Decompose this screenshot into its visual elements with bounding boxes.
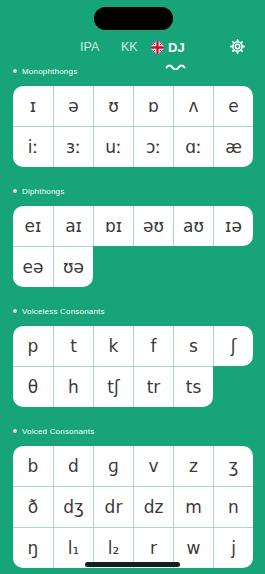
symbol-cell[interactable]: ə [53, 86, 93, 126]
symbol-cell[interactable]: ʃ [213, 326, 253, 366]
symbol-cell[interactable]: ŋ [13, 528, 53, 568]
section-monophthongs: Monophthongs ɪ ə ʊ ɒ ʌ e iː ɜː uː ɔː ɑː [13, 66, 252, 167]
symbol-cell[interactable]: s [173, 326, 213, 366]
symbol-cell[interactable]: d [53, 446, 93, 486]
uk-flag-icon [151, 41, 164, 54]
symbol-grid-diphthongs: eɪ aɪ ɒɪ əʊ aʊ ɪə eə ʊə [13, 206, 253, 287]
symbol-cell[interactable]: eɪ [13, 206, 53, 246]
tab-kk[interactable]: KK [121, 36, 138, 58]
symbol-cell[interactable]: ɒ [133, 86, 173, 126]
section-header: Diphthongs [13, 186, 252, 196]
symbol-cell[interactable]: ʌ [173, 86, 213, 126]
section-label: Voiceless Consonants [22, 307, 105, 316]
symbol-cell[interactable]: eə [13, 247, 53, 287]
symbol-cell[interactable]: v [133, 446, 173, 486]
bullet-dot-icon [13, 189, 17, 193]
symbol-cell[interactable]: n [213, 487, 253, 527]
section-header: Voiceless Consonants [13, 306, 252, 316]
app-screen: IPA KK DJ [0, 0, 265, 574]
dynamic-island [94, 7, 173, 30]
section-voiced-consonants: Voiced Consonants b d ɡ v z ʒ ð dʒ dr dz… [13, 426, 252, 568]
grid-row: eɪ aɪ ɒɪ əʊ aʊ ɪə [13, 206, 253, 246]
section-header: Voiced Consonants [13, 426, 252, 436]
symbol-cell[interactable]: p [13, 326, 53, 366]
section-label: Diphthongs [22, 187, 64, 196]
symbol-cell[interactable]: aʊ [173, 206, 213, 246]
symbol-cell[interactable]: θ [13, 367, 53, 407]
symbol-cell[interactable]: ɔː [133, 127, 173, 167]
symbol-cell[interactable]: dʒ [53, 487, 93, 527]
section-header: Monophthongs [13, 66, 252, 76]
tab-dj[interactable]: DJ [151, 36, 185, 58]
symbol-cell[interactable]: ɪ [13, 86, 53, 126]
settings-button[interactable] [228, 38, 246, 56]
symbol-cell[interactable]: ʊ [93, 86, 133, 126]
symbol-cell[interactable]: b [13, 446, 53, 486]
symbol-cell[interactable]: əʊ [133, 206, 173, 246]
symbol-cell[interactable]: ɜː [53, 127, 93, 167]
symbol-cell[interactable]: ð [13, 487, 53, 527]
symbol-cell[interactable]: f [133, 326, 173, 366]
section-label: Monophthongs [22, 67, 77, 76]
bullet-dot-icon [13, 309, 17, 313]
symbol-cell[interactable]: ʊə [53, 247, 93, 287]
symbol-cell[interactable]: z [173, 446, 213, 486]
symbol-cell[interactable]: ʒ [213, 446, 253, 486]
symbol-cell[interactable]: ɑː [173, 127, 213, 167]
symbol-grid-voiceless: p t k f s ʃ θ h tʃ tr ts [13, 326, 253, 407]
symbol-cell[interactable]: dr [93, 487, 133, 527]
section-label: Voiced Consonants [22, 427, 94, 436]
grid-row: ð dʒ dr dz m n [13, 486, 253, 527]
home-indicator[interactable] [85, 562, 180, 567]
symbol-cell[interactable]: ɡ [93, 446, 133, 486]
grid-row: iː ɜː uː ɔː ɑː æ [13, 126, 253, 167]
grid-row: ɪ ə ʊ ɒ ʌ e [13, 86, 253, 126]
bullet-dot-icon [13, 429, 17, 433]
grid-row: eə ʊə [13, 246, 93, 287]
symbol-cell[interactable]: ɪə [213, 206, 253, 246]
section-diphthongs: Diphthongs eɪ aɪ ɒɪ əʊ aʊ ɪə eə ʊə [13, 186, 252, 287]
gear-icon [229, 43, 246, 58]
symbol-cell[interactable]: iː [13, 127, 53, 167]
grid-row: θ h tʃ tr ts [13, 366, 213, 407]
symbol-cell[interactable]: æ [213, 127, 253, 167]
active-tab-underline-icon [165, 56, 187, 74]
tab-dj-label: DJ [168, 40, 185, 55]
symbol-cell[interactable]: e [213, 86, 253, 126]
symbol-cell[interactable]: m [173, 487, 213, 527]
symbol-cell[interactable]: uː [93, 127, 133, 167]
grid-row: b d ɡ v z ʒ [13, 446, 253, 486]
section-voiceless-consonants: Voiceless Consonants p t k f s ʃ θ h tʃ … [13, 306, 252, 407]
symbol-cell[interactable]: tr [133, 367, 173, 407]
bullet-dot-icon [13, 69, 17, 73]
symbol-cell[interactable]: h [53, 367, 93, 407]
symbol-cell[interactable]: ts [173, 367, 213, 407]
symbol-cell[interactable]: ɒɪ [93, 206, 133, 246]
notation-tabbar: IPA KK DJ [0, 36, 265, 62]
symbol-cell[interactable]: t [53, 326, 93, 366]
symbol-cell[interactable]: aɪ [53, 206, 93, 246]
symbol-cell[interactable]: j [213, 528, 253, 568]
symbol-cell[interactable]: tʃ [93, 367, 133, 407]
symbol-cell[interactable]: dz [133, 487, 173, 527]
grid-row: p t k f s ʃ [13, 326, 253, 366]
symbol-grid-monophthongs: ɪ ə ʊ ɒ ʌ e iː ɜː uː ɔː ɑː æ [13, 86, 253, 167]
symbol-cell[interactable]: k [93, 326, 133, 366]
symbol-grid-voiced: b d ɡ v z ʒ ð dʒ dr dz m n ŋ l₁ [13, 446, 253, 568]
tab-ipa[interactable]: IPA [80, 36, 99, 58]
chart-content: Monophthongs ɪ ə ʊ ɒ ʌ e iː ɜː uː ɔː ɑː [0, 0, 265, 568]
